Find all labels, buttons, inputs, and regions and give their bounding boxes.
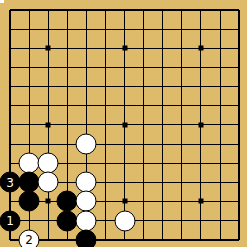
grid-line-horizontal — [20, 144, 39, 145]
board-intersection — [39, 192, 58, 211]
grid-line-horizontal — [115, 9, 134, 11]
board-intersection — [58, 134, 77, 153]
board-intersection — [191, 39, 210, 58]
board-intersection — [20, 58, 39, 77]
board-intersection — [172, 39, 191, 58]
grid-line-horizontal — [77, 9, 96, 11]
board-intersection — [1, 1, 20, 20]
grid-line-horizontal — [10, 144, 20, 145]
board-intersection — [153, 77, 172, 96]
board-intersection — [39, 154, 58, 173]
board-intersection — [96, 192, 115, 211]
grid-line-horizontal — [20, 9, 39, 11]
grid-line-horizontal — [115, 182, 134, 183]
board-intersection — [230, 39, 247, 58]
grid-line-horizontal — [96, 201, 115, 202]
board-intersection — [77, 20, 96, 39]
grid-line-horizontal — [134, 9, 153, 11]
grid-line-horizontal — [39, 105, 58, 106]
grid-line-horizontal — [211, 124, 230, 125]
board-intersection — [153, 39, 172, 58]
grid-line-horizontal — [58, 86, 77, 87]
grid-line-horizontal — [172, 201, 191, 202]
board-intersection — [20, 154, 39, 173]
board-intersection — [77, 1, 96, 20]
grid-line-horizontal — [172, 29, 191, 30]
grid-line-horizontal — [134, 29, 153, 30]
board-intersection — [230, 115, 247, 134]
board-intersection — [134, 134, 153, 153]
board-intersection — [172, 1, 191, 20]
board-intersection — [230, 173, 247, 192]
grid-line-horizontal — [211, 105, 230, 106]
board-intersection — [39, 134, 58, 153]
board-intersection — [39, 96, 58, 115]
grid-line-horizontal — [20, 86, 39, 87]
grid-line-horizontal — [115, 67, 134, 68]
board-intersection — [1, 192, 20, 211]
board-intersection — [58, 39, 77, 58]
board-intersection — [20, 96, 39, 115]
grid-line-horizontal — [191, 67, 210, 68]
board-intersection — [77, 96, 96, 115]
board-intersection — [211, 77, 230, 96]
grid-line-horizontal — [10, 9, 20, 11]
board-intersection — [115, 20, 134, 39]
grid-line-horizontal — [96, 163, 115, 164]
grid-line-horizontal — [39, 239, 58, 241]
board-intersection — [230, 20, 247, 39]
grid-line-horizontal — [77, 105, 96, 106]
grid-line-horizontal — [39, 144, 58, 145]
grid-line-horizontal — [10, 29, 20, 30]
board-intersection — [211, 115, 230, 134]
grid-line-horizontal — [58, 9, 77, 11]
grid-line-horizontal — [230, 163, 240, 164]
board-intersection — [134, 39, 153, 58]
grid-line-horizontal — [172, 144, 191, 145]
grid-line-horizontal — [134, 201, 153, 202]
board-intersection — [134, 20, 153, 39]
white-stone — [38, 153, 59, 174]
board-intersection — [191, 192, 210, 211]
grid-line-horizontal — [134, 239, 153, 241]
grid-line-horizontal — [20, 105, 39, 106]
grid-line-horizontal — [96, 48, 115, 49]
grid-line-horizontal — [20, 67, 39, 68]
grid-line-horizontal — [115, 105, 134, 106]
board-intersection — [115, 77, 134, 96]
grid-line-vertical — [105, 10, 106, 20]
board-intersection — [134, 192, 153, 211]
board-intersection — [172, 115, 191, 134]
board-intersection — [134, 173, 153, 192]
grid-line-horizontal — [172, 239, 191, 241]
grid-line-horizontal — [39, 29, 58, 30]
grid-line-horizontal — [115, 144, 134, 145]
board-intersection — [39, 173, 58, 192]
grid-line-horizontal — [172, 86, 191, 87]
board-intersection — [39, 115, 58, 134]
board-intersection — [39, 58, 58, 77]
grid-line-horizontal — [134, 124, 153, 125]
grid-line-horizontal — [172, 9, 191, 11]
board-intersection — [134, 115, 153, 134]
black-stone — [19, 172, 40, 193]
board-intersection — [96, 77, 115, 96]
board-intersection — [230, 192, 247, 211]
board-intersection — [115, 154, 134, 173]
grid-line-horizontal — [134, 220, 153, 221]
grid-line-vertical — [200, 10, 201, 20]
board-intersection — [172, 20, 191, 39]
grid-line-horizontal — [211, 201, 230, 202]
board-intersection — [134, 1, 153, 20]
grid-line-horizontal — [77, 67, 96, 68]
black-stone — [76, 229, 97, 247]
board-intersection — [211, 1, 230, 20]
board-intersection — [39, 39, 58, 58]
grid-line-horizontal — [191, 105, 210, 106]
grid-line-horizontal — [10, 86, 20, 87]
go-board-diagram: 312 — [0, 0, 247, 247]
grid-line-horizontal — [191, 239, 210, 241]
board-intersection — [39, 211, 58, 230]
board-intersection — [115, 1, 134, 20]
board-intersection — [153, 154, 172, 173]
grid-line-horizontal — [172, 48, 191, 49]
grid-line-vertical — [124, 10, 125, 20]
board-intersection — [1, 58, 20, 77]
board-intersection — [115, 173, 134, 192]
board-intersection — [230, 230, 247, 247]
grid-line-horizontal — [58, 48, 77, 49]
board-intersection — [58, 211, 77, 230]
star-point — [122, 199, 127, 204]
grid-line-horizontal — [58, 182, 77, 183]
board-intersection — [230, 134, 247, 153]
grid-line-horizontal — [230, 29, 240, 30]
board-intersection — [191, 173, 210, 192]
board-intersection — [153, 134, 172, 153]
board-intersection — [58, 173, 77, 192]
grid-line-horizontal — [39, 86, 58, 87]
board-intersection — [77, 173, 96, 192]
grid-line-horizontal — [230, 105, 240, 106]
board-intersection — [153, 173, 172, 192]
grid-line-vertical — [67, 10, 68, 20]
grid-line-horizontal — [153, 239, 172, 241]
grid-line-horizontal — [230, 144, 240, 145]
grid-line-horizontal — [115, 86, 134, 87]
board-intersection — [39, 77, 58, 96]
board-intersection — [211, 96, 230, 115]
grid-line-horizontal — [58, 124, 77, 125]
star-point — [198, 46, 203, 51]
star-point — [122, 122, 127, 127]
board-intersection — [58, 230, 77, 247]
board-intersection — [134, 154, 153, 173]
grid-line-horizontal — [230, 182, 240, 183]
board-intersection — [39, 20, 58, 39]
grid-line-horizontal — [230, 239, 240, 241]
board-intersection — [77, 39, 96, 58]
board-intersection — [1, 115, 20, 134]
board-intersection — [211, 58, 230, 77]
grid-line-horizontal — [153, 105, 172, 106]
board-intersection — [153, 58, 172, 77]
board-intersection — [39, 230, 58, 247]
grid-line-horizontal — [77, 29, 96, 30]
grid-line-horizontal — [58, 67, 77, 68]
grid-line-horizontal — [153, 201, 172, 202]
grid-line-horizontal — [134, 182, 153, 183]
move-number-label: 1 — [6, 215, 14, 227]
grid-line-horizontal — [77, 86, 96, 87]
board-intersection — [96, 173, 115, 192]
grid-line-horizontal — [230, 9, 240, 11]
grid-line-horizontal — [58, 29, 77, 30]
grid-line-horizontal — [172, 220, 191, 221]
grid-line-horizontal — [153, 48, 172, 49]
board-intersection — [58, 58, 77, 77]
board-intersection — [172, 173, 191, 192]
grid-line-horizontal — [153, 124, 172, 125]
grid-line-horizontal — [96, 220, 115, 221]
grid-line-horizontal — [134, 48, 153, 49]
go-board: 312 — [1, 1, 248, 247]
board-intersection — [1, 39, 20, 58]
grid-line-horizontal — [191, 182, 210, 183]
grid-line-horizontal — [134, 86, 153, 87]
board-intersection — [172, 58, 191, 77]
grid-line-horizontal — [230, 124, 240, 125]
board-intersection — [153, 20, 172, 39]
board-intersection — [20, 134, 39, 153]
grid-line-vertical — [29, 10, 30, 20]
board-intersection — [20, 77, 39, 96]
move-number-label: 2 — [25, 234, 33, 246]
white-stone — [38, 172, 59, 193]
board-intersection — [20, 1, 39, 20]
board-intersection — [115, 58, 134, 77]
board-intersection — [191, 230, 210, 247]
board-intersection — [96, 230, 115, 247]
grid-line-horizontal — [172, 182, 191, 183]
grid-line-horizontal — [211, 67, 230, 68]
white-stone — [76, 134, 97, 155]
star-point — [198, 199, 203, 204]
grid-line-horizontal — [211, 86, 230, 87]
grid-line-vertical — [220, 10, 221, 20]
grid-line-horizontal — [20, 124, 39, 125]
board-intersection — [191, 77, 210, 96]
grid-line-vertical — [9, 10, 11, 20]
black-stone: 1 — [0, 210, 21, 231]
board-intersection — [172, 230, 191, 247]
board-intersection — [153, 1, 172, 20]
grid-line-horizontal — [230, 220, 240, 221]
star-point — [198, 122, 203, 127]
grid-line-horizontal — [191, 220, 210, 221]
grid-line-horizontal — [10, 105, 20, 106]
black-stone: 3 — [0, 172, 21, 193]
board-intersection — [39, 1, 58, 20]
board-intersection — [134, 230, 153, 247]
grid-line-horizontal — [191, 29, 210, 30]
board-intersection — [134, 77, 153, 96]
white-stone — [114, 210, 135, 231]
board-intersection — [20, 192, 39, 211]
board-intersection — [58, 20, 77, 39]
board-intersection — [77, 77, 96, 96]
board-intersection — [115, 230, 134, 247]
grid-line-horizontal — [172, 163, 191, 164]
board-intersection — [211, 173, 230, 192]
grid-line-horizontal — [134, 105, 153, 106]
board-intersection — [172, 96, 191, 115]
board-intersection — [58, 115, 77, 134]
grid-line-horizontal — [58, 163, 77, 164]
board-intersection — [153, 192, 172, 211]
grid-line-horizontal — [20, 220, 39, 221]
grid-line-horizontal — [230, 201, 240, 202]
board-intersection — [115, 134, 134, 153]
grid-line-horizontal — [134, 144, 153, 145]
board-intersection — [77, 211, 96, 230]
board-intersection — [211, 230, 230, 247]
board-intersection — [96, 134, 115, 153]
board-intersection — [58, 1, 77, 20]
board-intersection — [96, 39, 115, 58]
grid-line-horizontal — [39, 220, 58, 221]
grid-line-horizontal — [96, 144, 115, 145]
grid-line-horizontal — [58, 105, 77, 106]
grid-line-horizontal — [115, 239, 134, 241]
grid-line-vertical — [86, 10, 87, 20]
grid-line-vertical — [238, 10, 240, 20]
board-intersection — [211, 192, 230, 211]
board-intersection — [230, 58, 247, 77]
grid-line-horizontal — [191, 86, 210, 87]
grid-line-horizontal — [230, 67, 240, 68]
grid-line-horizontal — [172, 124, 191, 125]
board-intersection — [115, 211, 134, 230]
grid-line-horizontal — [134, 163, 153, 164]
board-intersection — [172, 134, 191, 153]
grid-line-horizontal — [96, 86, 115, 87]
grid-line-horizontal — [153, 163, 172, 164]
board-intersection — [172, 77, 191, 96]
star-point — [46, 46, 51, 51]
board-intersection — [153, 230, 172, 247]
grid-line-horizontal — [96, 9, 115, 11]
grid-line-vertical — [143, 10, 144, 20]
white-stone — [76, 210, 97, 231]
grid-line-horizontal — [96, 29, 115, 30]
crop-artifact — [0, 0, 4, 3]
board-intersection — [230, 154, 247, 173]
board-intersection — [191, 96, 210, 115]
grid-line-horizontal — [77, 48, 96, 49]
grid-line-horizontal — [115, 163, 134, 164]
grid-line-horizontal — [230, 86, 240, 87]
board-intersection — [211, 211, 230, 230]
grid-line-horizontal — [191, 9, 210, 11]
grid-line-horizontal — [20, 29, 39, 30]
board-intersection — [134, 58, 153, 77]
grid-line-horizontal — [77, 124, 96, 125]
board-intersection — [58, 77, 77, 96]
board-intersection — [77, 154, 96, 173]
grid-line-horizontal — [211, 9, 230, 11]
white-stone: 2 — [19, 229, 40, 247]
board-intersection: 2 — [20, 230, 39, 247]
board-intersection — [172, 211, 191, 230]
grid-line-horizontal — [10, 48, 20, 49]
grid-line-horizontal — [96, 182, 115, 183]
grid-line-horizontal — [211, 239, 230, 241]
board-intersection — [172, 154, 191, 173]
grid-line-horizontal — [211, 29, 230, 30]
board-intersection — [20, 211, 39, 230]
grid-line-horizontal — [172, 67, 191, 68]
board-intersection — [20, 173, 39, 192]
grid-line-horizontal — [10, 67, 20, 68]
board-intersection — [58, 154, 77, 173]
board-intersection — [96, 96, 115, 115]
grid-line-horizontal — [39, 9, 58, 11]
grid-line-horizontal — [96, 105, 115, 106]
star-point — [122, 46, 127, 51]
grid-line-horizontal — [96, 239, 115, 241]
board-intersection — [230, 77, 247, 96]
grid-line-horizontal — [153, 86, 172, 87]
board-intersection — [191, 20, 210, 39]
grid-line-horizontal — [96, 124, 115, 125]
board-intersection — [1, 154, 20, 173]
grid-line-horizontal — [211, 220, 230, 221]
board-intersection — [1, 134, 20, 153]
board-intersection — [115, 115, 134, 134]
board-intersection — [77, 134, 96, 153]
board-intersection — [153, 115, 172, 134]
board-intersection — [211, 154, 230, 173]
grid-line-horizontal — [153, 29, 172, 30]
board-intersection — [191, 211, 210, 230]
grid-line-horizontal — [191, 144, 210, 145]
board-intersection — [191, 134, 210, 153]
board-intersection — [1, 230, 20, 247]
board-intersection — [96, 115, 115, 134]
grid-line-horizontal — [211, 144, 230, 145]
grid-line-horizontal — [153, 67, 172, 68]
grid-line-horizontal — [153, 220, 172, 221]
grid-line-horizontal — [20, 48, 39, 49]
grid-line-vertical — [181, 10, 182, 20]
board-intersection — [115, 192, 134, 211]
board-intersection — [77, 115, 96, 134]
board-intersection — [134, 96, 153, 115]
grid-line-vertical — [48, 10, 49, 20]
board-intersection — [230, 96, 247, 115]
board-intersection — [211, 39, 230, 58]
board-intersection — [230, 1, 247, 20]
grid-line-horizontal — [211, 182, 230, 183]
board-intersection — [77, 192, 96, 211]
board-intersection — [96, 211, 115, 230]
board-intersection — [1, 96, 20, 115]
